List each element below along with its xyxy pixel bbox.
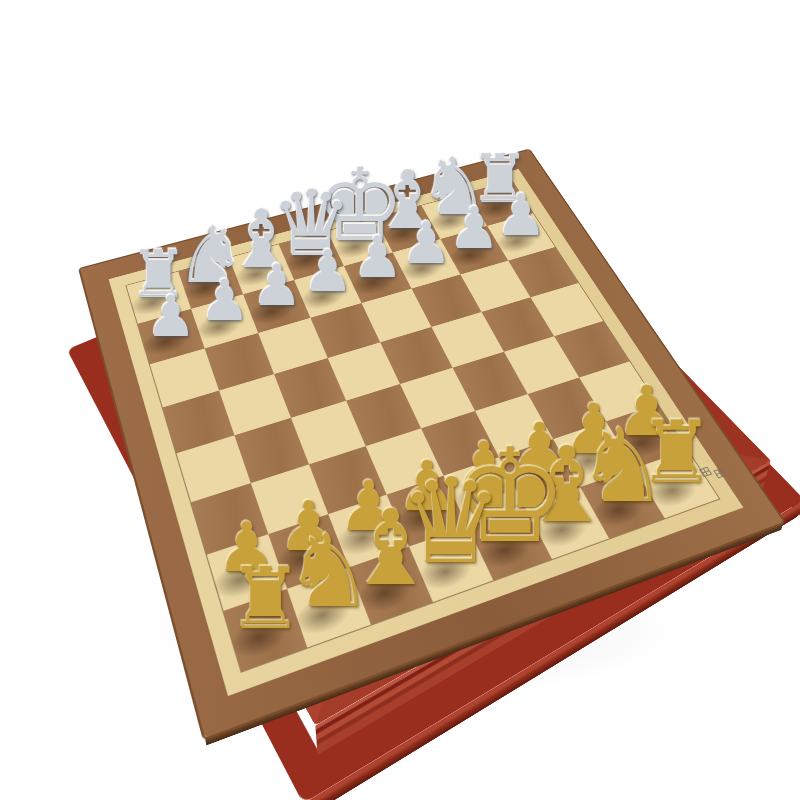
- piece-silver-p-d7[interactable]: ♟: [302, 243, 353, 300]
- chess-set-photo: ♜♞♝♛♚♝♞♜♟♟♟♟♟♟♟♟♟♟♟♟♟♟♟♟♜♞♝♛♚♝♞♜: [0, 0, 800, 800]
- maker-seal-icon: [713, 468, 726, 479]
- piece-silver-p-e7[interactable]: ♟: [352, 228, 403, 285]
- square-b4[interactable]: [234, 418, 309, 483]
- square-a4[interactable]: [176, 435, 250, 502]
- piece-silver-p-f7[interactable]: ♟: [401, 214, 453, 271]
- piece-silver-p-h7[interactable]: ♟: [495, 187, 547, 245]
- square-c4[interactable]: [291, 401, 366, 465]
- piece-silver-p-b7[interactable]: ♟: [199, 272, 250, 329]
- perspective-stage: [0, 0, 800, 800]
- piece-silver-p-a7[interactable]: ♟: [146, 288, 197, 345]
- piece-gold-r-a1[interactable]: ♜: [227, 557, 303, 642]
- piece-silver-p-c7[interactable]: ♟: [251, 257, 302, 314]
- square-a5[interactable]: [163, 391, 235, 454]
- square-d4[interactable]: [346, 384, 421, 446]
- piece-silver-p-g7[interactable]: ♟: [449, 201, 501, 259]
